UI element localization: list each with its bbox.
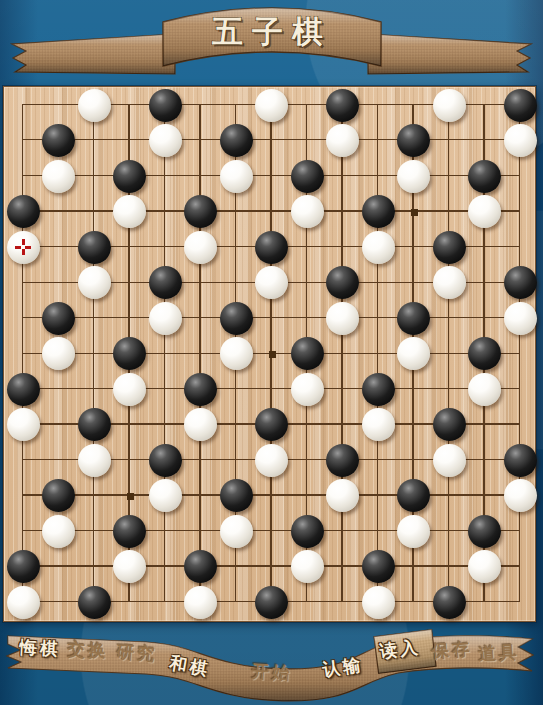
white-stone	[42, 160, 75, 193]
intersection[interactable]	[325, 123, 361, 159]
intersection[interactable]	[41, 549, 77, 585]
intersection[interactable]	[218, 265, 254, 301]
black-stone	[255, 586, 288, 619]
intersection[interactable]	[396, 265, 432, 301]
intersection[interactable]	[289, 194, 325, 230]
intersection[interactable]	[289, 371, 325, 407]
start-button[interactable]: 开始	[251, 659, 293, 685]
intersection[interactable]	[5, 407, 41, 443]
intersection[interactable]	[76, 513, 112, 549]
intersection[interactable]	[76, 371, 112, 407]
intersection[interactable]	[5, 442, 41, 478]
white-stone	[326, 302, 359, 335]
intersection[interactable]	[360, 194, 396, 230]
intersection[interactable]	[325, 300, 361, 336]
black-stone	[326, 266, 359, 299]
intersection[interactable]	[76, 478, 112, 514]
intersection[interactable]	[183, 336, 219, 372]
intersection[interactable]	[112, 371, 148, 407]
intersection[interactable]	[325, 407, 361, 443]
intersection[interactable]	[431, 513, 467, 549]
intersection[interactable]	[76, 194, 112, 230]
white-stone	[220, 160, 253, 193]
intersection[interactable]	[325, 336, 361, 372]
black-stone	[42, 302, 75, 335]
intersection[interactable]	[76, 265, 112, 301]
intersection[interactable]	[147, 336, 183, 372]
intersection[interactable]	[41, 478, 77, 514]
intersection[interactable]	[254, 336, 290, 372]
white-stone	[7, 408, 40, 441]
intersection[interactable]	[76, 300, 112, 336]
load-button[interactable]: 读入	[378, 635, 422, 664]
intersection[interactable]	[183, 158, 219, 194]
intersection[interactable]	[502, 549, 538, 585]
intersection[interactable]	[183, 87, 219, 123]
intersection[interactable]	[431, 123, 467, 159]
intersection[interactable]	[218, 442, 254, 478]
intersection[interactable]	[254, 229, 290, 265]
intersection[interactable]	[431, 584, 467, 620]
intersection[interactable]	[147, 442, 183, 478]
black-stone	[220, 124, 253, 157]
intersection[interactable]	[112, 442, 148, 478]
last-move-marker	[22, 239, 25, 255]
white-stone	[78, 444, 111, 477]
white-stone	[113, 373, 146, 406]
intersection[interactable]	[183, 478, 219, 514]
black-stone	[468, 160, 501, 193]
intersection[interactable]	[360, 442, 396, 478]
intersection[interactable]	[360, 229, 396, 265]
intersection[interactable]	[467, 336, 503, 372]
intersection[interactable]	[431, 371, 467, 407]
black-stone	[149, 89, 182, 122]
intersection[interactable]	[431, 336, 467, 372]
intersection[interactable]	[147, 513, 183, 549]
intersection[interactable]	[431, 407, 467, 443]
intersection[interactable]	[112, 87, 148, 123]
intersection[interactable]	[467, 87, 503, 123]
white-stone	[255, 89, 288, 122]
black-stone	[255, 231, 288, 264]
intersection[interactable]	[147, 407, 183, 443]
intersection[interactable]	[112, 123, 148, 159]
intersection[interactable]	[5, 194, 41, 230]
white-stone	[184, 231, 217, 264]
intersection[interactable]	[467, 123, 503, 159]
intersection[interactable]	[147, 158, 183, 194]
intersection[interactable]	[325, 158, 361, 194]
intersection[interactable]	[360, 123, 396, 159]
intersection[interactable]	[5, 584, 41, 620]
white-stone	[42, 337, 75, 370]
intersection[interactable]	[467, 194, 503, 230]
intersection[interactable]	[360, 336, 396, 372]
white-stone	[113, 550, 146, 583]
intersection[interactable]	[5, 158, 41, 194]
white-stone	[504, 479, 537, 512]
intersection[interactable]	[41, 265, 77, 301]
intersection[interactable]	[431, 158, 467, 194]
intersection[interactable]	[396, 371, 432, 407]
white-stone	[433, 444, 466, 477]
black-stone	[504, 266, 537, 299]
intersection[interactable]	[467, 549, 503, 585]
intersection[interactable]	[218, 584, 254, 620]
intersection[interactable]	[112, 229, 148, 265]
intersection[interactable]	[112, 300, 148, 336]
intersection[interactable]	[76, 584, 112, 620]
black-stone	[468, 337, 501, 370]
undo-button[interactable]: 悔棋	[19, 635, 61, 661]
intersection[interactable]	[5, 265, 41, 301]
intersection[interactable]	[183, 300, 219, 336]
intersection[interactable]	[147, 194, 183, 230]
intersection[interactable]	[502, 265, 538, 301]
intersection[interactable]	[502, 442, 538, 478]
intersection[interactable]	[396, 123, 432, 159]
intersection[interactable]	[360, 584, 396, 620]
intersection[interactable]	[467, 584, 503, 620]
intersection[interactable]	[254, 513, 290, 549]
white-stone	[7, 231, 40, 264]
intersection[interactable]	[254, 442, 290, 478]
intersection[interactable]	[502, 158, 538, 194]
intersection[interactable]	[183, 584, 219, 620]
intersection[interactable]	[396, 584, 432, 620]
black-stone	[78, 231, 111, 264]
white-stone	[78, 266, 111, 299]
intersection[interactable]	[289, 123, 325, 159]
intersection[interactable]	[360, 265, 396, 301]
white-stone	[433, 266, 466, 299]
intersection[interactable]	[218, 478, 254, 514]
black-stone	[255, 408, 288, 441]
intersection[interactable]	[218, 229, 254, 265]
intersection[interactable]	[147, 229, 183, 265]
intersection[interactable]	[218, 300, 254, 336]
intersection[interactable]	[41, 87, 77, 123]
intersection[interactable]	[396, 513, 432, 549]
intersection[interactable]	[112, 194, 148, 230]
intersection[interactable]	[254, 300, 290, 336]
save-button[interactable]: 保存	[431, 637, 474, 664]
black-stone	[362, 195, 395, 228]
intersection[interactable]	[502, 513, 538, 549]
black-stone	[220, 479, 253, 512]
intersection[interactable]	[41, 407, 77, 443]
intersection[interactable]	[183, 407, 219, 443]
intersection[interactable]	[396, 194, 432, 230]
intersection[interactable]	[289, 158, 325, 194]
intersection[interactable]	[5, 513, 41, 549]
black-stone	[7, 373, 40, 406]
intersection[interactable]	[218, 194, 254, 230]
intersection[interactable]	[218, 158, 254, 194]
intersection[interactable]	[147, 371, 183, 407]
intersection[interactable]	[147, 123, 183, 159]
intersection[interactable]	[431, 442, 467, 478]
intersection[interactable]	[289, 229, 325, 265]
intersection[interactable]	[289, 300, 325, 336]
intersection[interactable]	[467, 371, 503, 407]
intersection[interactable]	[112, 336, 148, 372]
intersection[interactable]	[289, 336, 325, 372]
banner-left-tail	[12, 34, 175, 74]
intersection[interactable]	[396, 407, 432, 443]
intersection[interactable]	[183, 371, 219, 407]
intersection[interactable]	[289, 478, 325, 514]
black-stone	[362, 550, 395, 583]
intersection[interactable]	[325, 478, 361, 514]
intersection[interactable]	[502, 87, 538, 123]
intersection[interactable]	[41, 371, 77, 407]
intersection[interactable]	[431, 229, 467, 265]
intersection[interactable]	[76, 407, 112, 443]
intersection[interactable]	[218, 336, 254, 372]
intersection[interactable]	[502, 478, 538, 514]
intersection[interactable]	[325, 513, 361, 549]
intersection[interactable]	[360, 407, 396, 443]
intersection[interactable]	[396, 549, 432, 585]
intersection[interactable]	[218, 371, 254, 407]
white-stone	[397, 515, 430, 548]
intersection[interactable]	[76, 158, 112, 194]
game-window: 五子棋 五子棋 悔棋交换研究和棋开始认输读入保存道具	[0, 0, 543, 705]
black-stone	[7, 195, 40, 228]
intersection[interactable]	[431, 194, 467, 230]
black-stone	[362, 373, 395, 406]
intersection[interactable]	[41, 123, 77, 159]
intersection[interactable]	[254, 87, 290, 123]
intersection[interactable]	[360, 300, 396, 336]
board	[3, 86, 536, 622]
intersection[interactable]	[289, 549, 325, 585]
intersection[interactable]	[254, 549, 290, 585]
intersection[interactable]	[5, 371, 41, 407]
intersection[interactable]	[76, 549, 112, 585]
intersection[interactable]	[112, 549, 148, 585]
intersection[interactable]	[5, 336, 41, 372]
intersection[interactable]	[147, 87, 183, 123]
intersection[interactable]	[360, 158, 396, 194]
intersection[interactable]	[396, 158, 432, 194]
intersection[interactable]	[325, 442, 361, 478]
intersection[interactable]	[254, 584, 290, 620]
intersection[interactable]	[502, 229, 538, 265]
black-stone	[184, 373, 217, 406]
black-stone	[78, 408, 111, 441]
white-stone	[362, 231, 395, 264]
intersection[interactable]	[5, 229, 41, 265]
tools-button[interactable]: 道具	[478, 640, 520, 666]
black-stone	[42, 479, 75, 512]
intersection[interactable]	[112, 513, 148, 549]
intersection[interactable]	[112, 584, 148, 620]
intersection[interactable]	[41, 158, 77, 194]
black-stone	[326, 444, 359, 477]
intersection[interactable]	[183, 513, 219, 549]
intersection[interactable]	[218, 123, 254, 159]
intersection[interactable]	[112, 407, 148, 443]
intersection[interactable]	[41, 513, 77, 549]
intersection[interactable]	[431, 549, 467, 585]
intersection[interactable]	[325, 87, 361, 123]
intersection[interactable]	[147, 265, 183, 301]
intersection[interactable]	[254, 158, 290, 194]
intersection[interactable]	[467, 229, 503, 265]
intersection[interactable]	[431, 300, 467, 336]
intersection[interactable]	[41, 194, 77, 230]
intersection[interactable]	[183, 265, 219, 301]
intersection[interactable]	[41, 229, 77, 265]
intersection[interactable]	[183, 229, 219, 265]
intersection[interactable]	[502, 371, 538, 407]
intersection[interactable]	[254, 123, 290, 159]
black-stone	[433, 231, 466, 264]
black-stone	[78, 586, 111, 619]
app-title: 五子棋	[211, 13, 332, 49]
intersection[interactable]	[41, 442, 77, 478]
intersection[interactable]	[183, 442, 219, 478]
intersection[interactable]	[467, 265, 503, 301]
intersection[interactable]	[325, 549, 361, 585]
black-stone	[397, 124, 430, 157]
intersection[interactable]	[396, 229, 432, 265]
intersection[interactable]	[76, 442, 112, 478]
black-stone	[42, 124, 75, 157]
intersection[interactable]	[502, 584, 538, 620]
white-stone	[468, 373, 501, 406]
intersection[interactable]	[289, 584, 325, 620]
white-stone	[504, 124, 537, 157]
white-stone	[149, 479, 182, 512]
intersection[interactable]	[5, 549, 41, 585]
intersection[interactable]	[360, 371, 396, 407]
intersection[interactable]	[218, 513, 254, 549]
intersection[interactable]	[431, 478, 467, 514]
research-button[interactable]: 研究	[116, 640, 159, 667]
intersection[interactable]	[76, 229, 112, 265]
intersection[interactable]	[325, 229, 361, 265]
intersection[interactable]	[467, 407, 503, 443]
white-stone	[42, 515, 75, 548]
intersection[interactable]	[112, 478, 148, 514]
intersection[interactable]	[431, 265, 467, 301]
intersection[interactable]	[467, 442, 503, 478]
intersection[interactable]	[360, 549, 396, 585]
intersection[interactable]	[76, 123, 112, 159]
intersection[interactable]	[467, 478, 503, 514]
intersection[interactable]	[325, 194, 361, 230]
white-stone	[113, 195, 146, 228]
intersection[interactable]	[254, 407, 290, 443]
intersection[interactable]	[396, 300, 432, 336]
board-grid	[5, 87, 538, 620]
white-stone	[7, 586, 40, 619]
intersection[interactable]	[431, 87, 467, 123]
black-stone	[504, 444, 537, 477]
black-stone	[468, 515, 501, 548]
intersection[interactable]	[41, 584, 77, 620]
intersection[interactable]	[218, 549, 254, 585]
intersection[interactable]	[254, 194, 290, 230]
white-stone	[326, 479, 359, 512]
black-stone	[220, 302, 253, 335]
intersection[interactable]	[396, 478, 432, 514]
intersection[interactable]	[147, 478, 183, 514]
intersection[interactable]	[325, 371, 361, 407]
black-stone	[149, 444, 182, 477]
intersection[interactable]	[147, 549, 183, 585]
black-stone	[291, 337, 324, 370]
intersection[interactable]	[289, 87, 325, 123]
intersection[interactable]	[5, 478, 41, 514]
intersection[interactable]	[396, 87, 432, 123]
intersection[interactable]	[183, 549, 219, 585]
black-stone	[184, 550, 217, 583]
intersection[interactable]	[289, 407, 325, 443]
black-stone	[504, 89, 537, 122]
white-stone	[255, 266, 288, 299]
intersection[interactable]	[254, 478, 290, 514]
intersection[interactable]	[502, 123, 538, 159]
intersection[interactable]	[289, 513, 325, 549]
intersection[interactable]	[183, 194, 219, 230]
intersection[interactable]	[218, 407, 254, 443]
intersection[interactable]	[5, 300, 41, 336]
intersection[interactable]	[147, 584, 183, 620]
intersection[interactable]	[502, 407, 538, 443]
intersection[interactable]	[41, 336, 77, 372]
intersection[interactable]	[76, 87, 112, 123]
white-stone	[468, 550, 501, 583]
intersection[interactable]	[502, 300, 538, 336]
intersection[interactable]	[360, 478, 396, 514]
intersection[interactable]	[325, 584, 361, 620]
intersection[interactable]	[76, 336, 112, 372]
intersection[interactable]	[502, 336, 538, 372]
swap-button[interactable]: 交换	[67, 637, 109, 663]
intersection[interactable]	[467, 513, 503, 549]
intersection[interactable]	[183, 123, 219, 159]
intersection[interactable]	[112, 265, 148, 301]
white-stone	[433, 89, 466, 122]
intersection[interactable]	[325, 265, 361, 301]
white-stone	[149, 302, 182, 335]
white-stone	[362, 408, 395, 441]
intersection[interactable]	[396, 442, 432, 478]
intersection[interactable]	[289, 442, 325, 478]
white-stone	[291, 550, 324, 583]
intersection[interactable]	[112, 158, 148, 194]
intersection[interactable]	[218, 87, 254, 123]
intersection[interactable]	[502, 194, 538, 230]
intersection[interactable]	[467, 300, 503, 336]
intersection[interactable]	[289, 265, 325, 301]
intersection[interactable]	[360, 513, 396, 549]
intersection[interactable]	[5, 123, 41, 159]
intersection[interactable]	[467, 158, 503, 194]
intersection[interactable]	[254, 371, 290, 407]
intersection[interactable]	[41, 300, 77, 336]
intersection[interactable]	[396, 336, 432, 372]
intersection[interactable]	[254, 265, 290, 301]
intersection[interactable]	[360, 87, 396, 123]
intersection[interactable]	[147, 300, 183, 336]
intersection[interactable]	[5, 87, 41, 123]
